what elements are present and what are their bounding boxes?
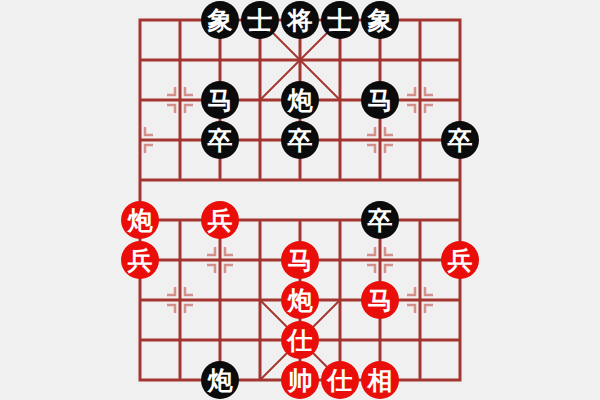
piece-glyph: 炮 [281,81,319,119]
piece-black-cannon[interactable]: 炮 [200,360,240,400]
app-background: { "game": "xiangqi", "position": { "fen"… [0,0,600,400]
piece-glyph: 卒 [281,121,319,159]
piece-black-soldier[interactable]: 卒 [280,120,320,160]
piece-glyph: 兵 [441,241,479,279]
piece-glyph: 马 [281,241,319,279]
piece-red-soldier[interactable]: 兵 [120,240,160,280]
piece-red-horse[interactable]: 马 [360,280,400,320]
piece-glyph: 将 [281,1,319,39]
piece-glyph: 兵 [201,201,239,239]
piece-black-horse[interactable]: 马 [360,80,400,120]
piece-glyph: 仕 [281,321,319,359]
piece-glyph: 兵 [121,241,159,279]
piece-red-soldier[interactable]: 兵 [440,240,480,280]
piece-glyph: 炮 [281,281,319,319]
piece-glyph: 卒 [201,121,239,159]
piece-red-elephant[interactable]: 相 [360,360,400,400]
piece-glyph: 仕 [321,361,359,399]
piece-red-general[interactable]: 帅 [280,360,320,400]
piece-black-soldier[interactable]: 卒 [440,120,480,160]
piece-black-horse[interactable]: 马 [200,80,240,120]
piece-glyph: 马 [201,81,239,119]
piece-glyph: 炮 [121,201,159,239]
pieces-layer: 象士将士象马炮马卒卒卒炮兵卒兵马兵炮马仕炮帅仕相 [120,0,480,400]
piece-red-advisor[interactable]: 仕 [280,320,320,360]
piece-red-horse[interactable]: 马 [280,240,320,280]
piece-black-soldier[interactable]: 卒 [200,120,240,160]
piece-glyph: 士 [321,1,359,39]
piece-glyph: 炮 [201,361,239,399]
piece-black-elephant[interactable]: 象 [200,0,240,40]
piece-black-advisor[interactable]: 士 [240,0,280,40]
piece-red-advisor[interactable]: 仕 [320,360,360,400]
piece-glyph: 士 [241,1,279,39]
piece-glyph: 象 [361,1,399,39]
piece-black-general[interactable]: 将 [280,0,320,40]
piece-red-cannon[interactable]: 炮 [120,200,160,240]
piece-glyph: 卒 [441,121,479,159]
piece-red-soldier[interactable]: 兵 [200,200,240,240]
piece-glyph: 相 [361,361,399,399]
piece-glyph: 帅 [281,361,319,399]
piece-glyph: 象 [201,1,239,39]
piece-black-soldier[interactable]: 卒 [360,200,400,240]
piece-glyph: 卒 [361,201,399,239]
piece-black-advisor[interactable]: 士 [320,0,360,40]
piece-glyph: 马 [361,281,399,319]
xiangqi-board[interactable]: 象士将士象马炮马卒卒卒炮兵卒兵马兵炮马仕炮帅仕相 [0,0,600,400]
piece-red-cannon[interactable]: 炮 [280,280,320,320]
piece-black-elephant[interactable]: 象 [360,0,400,40]
piece-black-cannon[interactable]: 炮 [280,80,320,120]
piece-glyph: 马 [361,81,399,119]
